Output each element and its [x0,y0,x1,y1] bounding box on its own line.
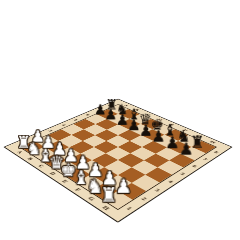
chessboard-scene: ABCDEFGH ABCDEFGH 12345678 12345678 ♜♞♝♛… [0,0,240,240]
playing-field: ♜♞♝♛♚♝♞♜♟♟♟♟♟♟♟♟♟♟♟♟♟♟♟♟♜♞♝♛♚♝♞♜ [19,104,217,210]
piece-black-pawn[interactable]: ♟ [177,141,195,158]
piece-white-rook[interactable]: ♜ [98,186,119,206]
square-h4[interactable] [145,167,172,182]
chess-board: ABCDEFGH ABCDEFGH 12345678 12345678 ♜♞♝♛… [3,99,232,223]
